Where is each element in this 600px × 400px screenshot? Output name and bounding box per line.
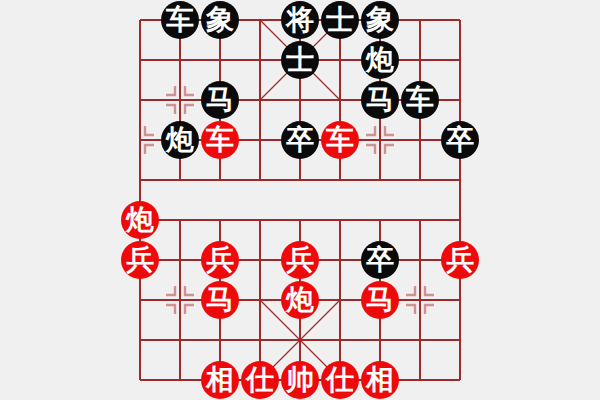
- red-advisor[interactable]: 仕: [241, 361, 279, 399]
- black-general[interactable]: 将: [281, 1, 319, 39]
- black-soldier[interactable]: 卒: [281, 121, 319, 159]
- red-soldier[interactable]: 兵: [121, 241, 159, 279]
- red-soldier[interactable]: 兵: [441, 241, 479, 279]
- black-horse[interactable]: 马: [201, 81, 239, 119]
- black-chariot[interactable]: 车: [401, 81, 439, 119]
- red-cannon[interactable]: 炮: [281, 281, 319, 319]
- black-cannon[interactable]: 炮: [361, 41, 399, 79]
- red-soldier[interactable]: 兵: [201, 241, 239, 279]
- red-advisor[interactable]: 仕: [321, 361, 359, 399]
- black-horse[interactable]: 马: [361, 81, 399, 119]
- red-chariot[interactable]: 车: [321, 121, 359, 159]
- pieces-layer: 车象将士象士炮马马车炮车卒车卒炮兵兵兵卒兵马炮马相仕帅仕相: [120, 0, 480, 400]
- black-elephant[interactable]: 象: [201, 1, 239, 39]
- red-elephant[interactable]: 相: [201, 361, 239, 399]
- red-soldier[interactable]: 兵: [281, 241, 319, 279]
- black-advisor[interactable]: 士: [321, 1, 359, 39]
- black-soldier[interactable]: 卒: [361, 241, 399, 279]
- red-horse[interactable]: 马: [361, 281, 399, 319]
- black-advisor[interactable]: 士: [281, 41, 319, 79]
- xiangqi-board: 车象将士象士炮马马车炮车卒车卒炮兵兵兵卒兵马炮马相仕帅仕相: [0, 0, 600, 400]
- black-cannon[interactable]: 炮: [161, 121, 199, 159]
- red-elephant[interactable]: 相: [361, 361, 399, 399]
- red-general[interactable]: 帅: [281, 361, 319, 399]
- black-elephant[interactable]: 象: [361, 1, 399, 39]
- red-horse[interactable]: 马: [201, 281, 239, 319]
- black-chariot[interactable]: 车: [161, 1, 199, 39]
- red-cannon[interactable]: 炮: [121, 201, 159, 239]
- black-soldier[interactable]: 卒: [441, 121, 479, 159]
- red-chariot[interactable]: 车: [201, 121, 239, 159]
